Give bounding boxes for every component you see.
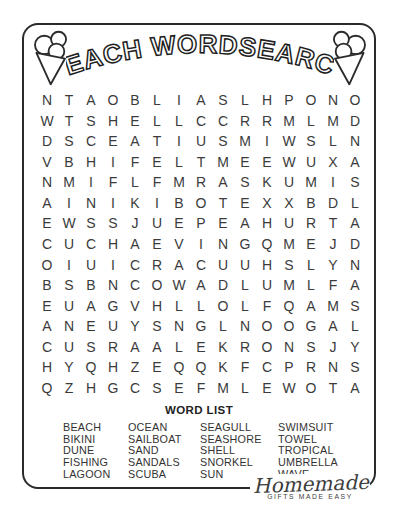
grid-cell: O	[278, 316, 300, 337]
grid-cell: O	[36, 254, 58, 275]
grid-cell: F	[102, 172, 124, 193]
grid-cell: L	[234, 275, 256, 296]
grid-cell: E	[102, 131, 124, 152]
grid-cell: E	[168, 213, 190, 234]
grid-cell: I	[58, 254, 80, 275]
grid-cell: N	[278, 336, 300, 357]
grid-cell: R	[234, 336, 256, 357]
grid-cell: E	[256, 377, 278, 398]
grid-cell: L	[168, 336, 190, 357]
grid-cell: L	[146, 90, 168, 111]
grid-cell: E	[36, 213, 58, 234]
word-list-item: SEAGULL	[200, 422, 278, 434]
grid-cell: Z	[124, 357, 146, 378]
grid-cell: N	[102, 275, 124, 296]
brand-logo: Homemade GIFTS MADE EASY	[250, 474, 370, 500]
grid-cell: C	[80, 131, 102, 152]
grid-cell: R	[146, 254, 168, 275]
grid-cell: O	[300, 377, 322, 398]
grid-cell: I	[168, 131, 190, 152]
grid-cell: E	[36, 295, 58, 316]
wordsearch-grid: NTAOBLIASLHPONOWTSHELLCCRRMLMDDSCEATIUSM…	[36, 90, 366, 398]
grid-cell: A	[344, 275, 366, 296]
page-title-text: BEACH WORDSEARCH	[66, 28, 334, 81]
grid-cell: W	[278, 131, 300, 152]
grid-cell: G	[102, 377, 124, 398]
grid-cell: L	[344, 316, 366, 337]
grid-cell: L	[322, 131, 344, 152]
grid-cell: C	[36, 234, 58, 255]
grid-cell: R	[300, 213, 322, 234]
grid-cell: E	[212, 213, 234, 234]
grid-cell: M	[58, 172, 80, 193]
grid-cell: S	[344, 357, 366, 378]
grid-cell: G	[102, 295, 124, 316]
grid-cell: M	[278, 111, 300, 132]
grid-cell: L	[300, 254, 322, 275]
grid-cell: E	[256, 152, 278, 173]
grid-cell: F	[256, 295, 278, 316]
grid-cell: C	[80, 234, 102, 255]
grid-cell: U	[234, 254, 256, 275]
grid-cell: E	[168, 377, 190, 398]
grid-cell: A	[300, 295, 322, 316]
grid-cell: F	[190, 377, 212, 398]
grid-cell: A	[124, 131, 146, 152]
grid-cell: H	[102, 111, 124, 132]
grid-cell: A	[36, 316, 58, 337]
grid-cell: L	[190, 295, 212, 316]
grid-cell: A	[322, 316, 344, 337]
grid-cell: J	[322, 336, 344, 357]
grid-cell: N	[168, 316, 190, 337]
grid-cell: M	[300, 172, 322, 193]
grid-cell: Y	[58, 357, 80, 378]
grid-cell: A	[344, 152, 366, 173]
grid-cell: S	[58, 275, 80, 296]
grid-cell: X	[278, 193, 300, 214]
grid-cell: L	[300, 111, 322, 132]
grid-cell: U	[278, 213, 300, 234]
worksheet: BEACH WORDSEARCH NTAOBLIASLHPONOWTSHELLC…	[0, 0, 400, 518]
grid-cell: U	[80, 254, 102, 275]
grid-cell: N	[58, 316, 80, 337]
grid-cell: O	[146, 275, 168, 296]
grid-cell: C	[190, 111, 212, 132]
grid-cell: L	[146, 111, 168, 132]
grid-cell: V	[124, 295, 146, 316]
grid-cell: O	[300, 90, 322, 111]
grid-cell: R	[256, 111, 278, 132]
grid-cell: L	[234, 295, 256, 316]
grid-cell: B	[58, 152, 80, 173]
grid-cell: D	[344, 111, 366, 132]
grid-cell: K	[256, 172, 278, 193]
grid-cell: A	[36, 193, 58, 214]
grid-cell: I	[190, 234, 212, 255]
grid-cell: X	[322, 152, 344, 173]
grid-cell: M	[212, 377, 234, 398]
grid-cell: X	[256, 193, 278, 214]
grid-cell: L	[124, 172, 146, 193]
grid-cell: E	[234, 193, 256, 214]
grid-cell: Y	[322, 254, 344, 275]
grid-cell: I	[102, 193, 124, 214]
grid-cell: W	[278, 377, 300, 398]
grid-cell: H	[36, 357, 58, 378]
grid-cell: G	[234, 234, 256, 255]
grid-cell: A	[190, 275, 212, 296]
grid-cell: U	[278, 172, 300, 193]
grid-cell: Q	[80, 357, 102, 378]
grid-cell: S	[80, 336, 102, 357]
grid-cell: J	[322, 234, 344, 255]
grid-cell: S	[146, 316, 168, 337]
grid-cell: H	[256, 213, 278, 234]
grid-cell: F	[124, 152, 146, 173]
grid-cell: N	[344, 254, 366, 275]
grid-cell: L	[234, 90, 256, 111]
grid-cell: Z	[58, 377, 80, 398]
grid-cell: O	[190, 193, 212, 214]
grid-cell: S	[146, 377, 168, 398]
grid-cell: I	[102, 152, 124, 173]
grid-cell: E	[146, 357, 168, 378]
grid-cell: N	[36, 172, 58, 193]
grid-cell: E	[300, 234, 322, 255]
grid-cell: S	[234, 172, 256, 193]
grid-cell: O	[102, 90, 124, 111]
grid-cell: L	[168, 295, 190, 316]
grid-cell: K	[212, 336, 234, 357]
grid-cell: U	[58, 234, 80, 255]
grid-cell: M	[278, 275, 300, 296]
grid-cell: T	[58, 111, 80, 132]
grid-cell: K	[212, 357, 234, 378]
grid-cell: T	[146, 131, 168, 152]
grid-cell: Q	[36, 377, 58, 398]
grid-cell: H	[102, 357, 124, 378]
grid-cell: U	[212, 254, 234, 275]
grid-cell: E	[80, 316, 102, 337]
grid-cell: I	[322, 172, 344, 193]
grid-cell: U	[190, 131, 212, 152]
grid-cell: V	[168, 234, 190, 255]
grid-cell: L	[168, 152, 190, 173]
grid-cell: B	[124, 90, 146, 111]
grid-cell: Y	[344, 336, 366, 357]
svg-text:BEACH WORDSEARCH: BEACH WORDSEARCH	[66, 28, 334, 81]
grid-cell: T	[322, 213, 344, 234]
grid-cell: S	[344, 295, 366, 316]
grid-cell: U	[102, 316, 124, 337]
grid-cell: I	[146, 193, 168, 214]
grid-cell: C	[124, 275, 146, 296]
grid-cell: T	[322, 377, 344, 398]
grid-cell: R	[190, 172, 212, 193]
grid-cell: H	[146, 295, 168, 316]
grid-cell: I	[58, 193, 80, 214]
grid-cell: H	[80, 377, 102, 398]
grid-cell: A	[344, 377, 366, 398]
grid-cell: Y	[124, 316, 146, 337]
grid-cell: H	[102, 234, 124, 255]
word-list-item: SCUBA	[128, 469, 200, 481]
grid-cell: A	[212, 172, 234, 193]
grid-cell: M	[168, 172, 190, 193]
grid-cell: H	[256, 90, 278, 111]
grid-cell: L	[234, 377, 256, 398]
grid-cell: P	[190, 213, 212, 234]
grid-cell: Q	[190, 357, 212, 378]
grid-cell: M	[234, 131, 256, 152]
grid-cell: U	[58, 336, 80, 357]
grid-cell: A	[124, 336, 146, 357]
grid-cell: V	[36, 152, 58, 173]
grid-cell: C	[36, 336, 58, 357]
grid-cell: C	[212, 111, 234, 132]
grid-cell: L	[212, 316, 234, 337]
grid-cell: L	[300, 275, 322, 296]
grid-cell: P	[278, 357, 300, 378]
grid-cell: C	[256, 357, 278, 378]
grid-cell: B	[80, 275, 102, 296]
grid-cell: T	[58, 90, 80, 111]
grid-cell: S	[212, 90, 234, 111]
word-list-column: OCEANSAILBOATSANDSANDALSSCUBA	[128, 422, 200, 481]
grid-cell: T	[212, 193, 234, 214]
grid-cell: E	[234, 152, 256, 173]
grid-cell: A	[80, 295, 102, 316]
grid-cell: O	[256, 336, 278, 357]
grid-cell: O	[256, 316, 278, 337]
grid-cell: Q	[168, 357, 190, 378]
grid-cell: E	[146, 234, 168, 255]
grid-cell: U	[58, 295, 80, 316]
grid-cell: D	[344, 234, 366, 255]
grid-cell: N	[322, 357, 344, 378]
grid-cell: T	[190, 152, 212, 173]
grid-cell: E	[146, 152, 168, 173]
grid-cell: A	[168, 254, 190, 275]
grid-cell: N	[36, 90, 58, 111]
grid-cell: U	[146, 213, 168, 234]
grid-cell: S	[278, 254, 300, 275]
grid-cell: S	[300, 336, 322, 357]
grid-cell: M	[322, 111, 344, 132]
grid-cell: I	[168, 90, 190, 111]
grid-cell: A	[234, 213, 256, 234]
grid-cell: S	[344, 172, 366, 193]
grid-cell: C	[124, 254, 146, 275]
word-list-column: BEACHBIKINIDUNEFISHINGLAGOON	[63, 422, 128, 481]
grid-cell: B	[168, 193, 190, 214]
grid-cell: L	[344, 193, 366, 214]
grid-cell: H	[256, 254, 278, 275]
grid-cell: N	[80, 193, 102, 214]
grid-cell: A	[190, 90, 212, 111]
grid-cell: E	[124, 111, 146, 132]
grid-cell: L	[168, 111, 190, 132]
grid-cell: B	[36, 275, 58, 296]
brand-name: Homemade	[253, 472, 368, 497]
grid-cell: W	[58, 213, 80, 234]
grid-cell: W	[168, 275, 190, 296]
grid-cell: R	[102, 336, 124, 357]
grid-cell: D	[322, 193, 344, 214]
grid-cell: Q	[256, 234, 278, 255]
grid-cell: W	[36, 111, 58, 132]
grid-cell: M	[278, 234, 300, 255]
grid-cell: N	[344, 131, 366, 152]
grid-cell: A	[80, 90, 102, 111]
word-list-header: WORD LIST	[22, 404, 376, 416]
grid-cell: R	[234, 111, 256, 132]
grid-cell: D	[212, 275, 234, 296]
grid-cell: C	[124, 377, 146, 398]
grid-cell: G	[300, 316, 322, 337]
grid-cell: S	[102, 213, 124, 234]
word-list-column: SEAGULLSEASHORESHELLSNORKELSUN	[200, 422, 278, 481]
grid-cell: F	[146, 172, 168, 193]
grid-cell: U	[300, 152, 322, 173]
grid-cell: K	[124, 193, 146, 214]
grid-cell: M	[322, 295, 344, 316]
grid-cell: A	[124, 234, 146, 255]
grid-cell: J	[124, 213, 146, 234]
grid-cell: B	[300, 193, 322, 214]
grid-cell: S	[300, 131, 322, 152]
grid-cell: O	[344, 90, 366, 111]
grid-cell: D	[36, 131, 58, 152]
grid-cell: F	[234, 357, 256, 378]
grid-cell: O	[212, 295, 234, 316]
page-title: BEACH WORDSEARCH	[66, 28, 334, 84]
grid-cell: I	[256, 131, 278, 152]
grid-cell: S	[80, 111, 102, 132]
word-list-item: OCEAN	[128, 422, 200, 434]
grid-cell: I	[102, 254, 124, 275]
grid-cell: C	[190, 254, 212, 275]
grid-cell: S	[58, 131, 80, 152]
grid-cell: H	[80, 152, 102, 173]
grid-cell: A	[344, 213, 366, 234]
word-list-item: BEACH	[63, 422, 128, 434]
grid-cell: N	[234, 316, 256, 337]
grid-cell: N	[212, 234, 234, 255]
grid-cell: M	[212, 152, 234, 173]
grid-cell: S	[80, 213, 102, 234]
grid-cell: P	[278, 90, 300, 111]
grid-cell: S	[212, 131, 234, 152]
grid-cell: W	[278, 152, 300, 173]
grid-cell: A	[146, 336, 168, 357]
word-list-item: SWIMSUIT	[278, 422, 363, 434]
grid-cell: N	[322, 90, 344, 111]
grid-cell: F	[322, 275, 344, 296]
grid-cell: E	[190, 336, 212, 357]
word-list-item: LAGOON	[63, 469, 128, 481]
grid-cell: U	[256, 275, 278, 296]
grid-cell: G	[190, 316, 212, 337]
grid-cell: I	[80, 172, 102, 193]
grid-cell: Q	[278, 295, 300, 316]
grid-cell: R	[300, 357, 322, 378]
